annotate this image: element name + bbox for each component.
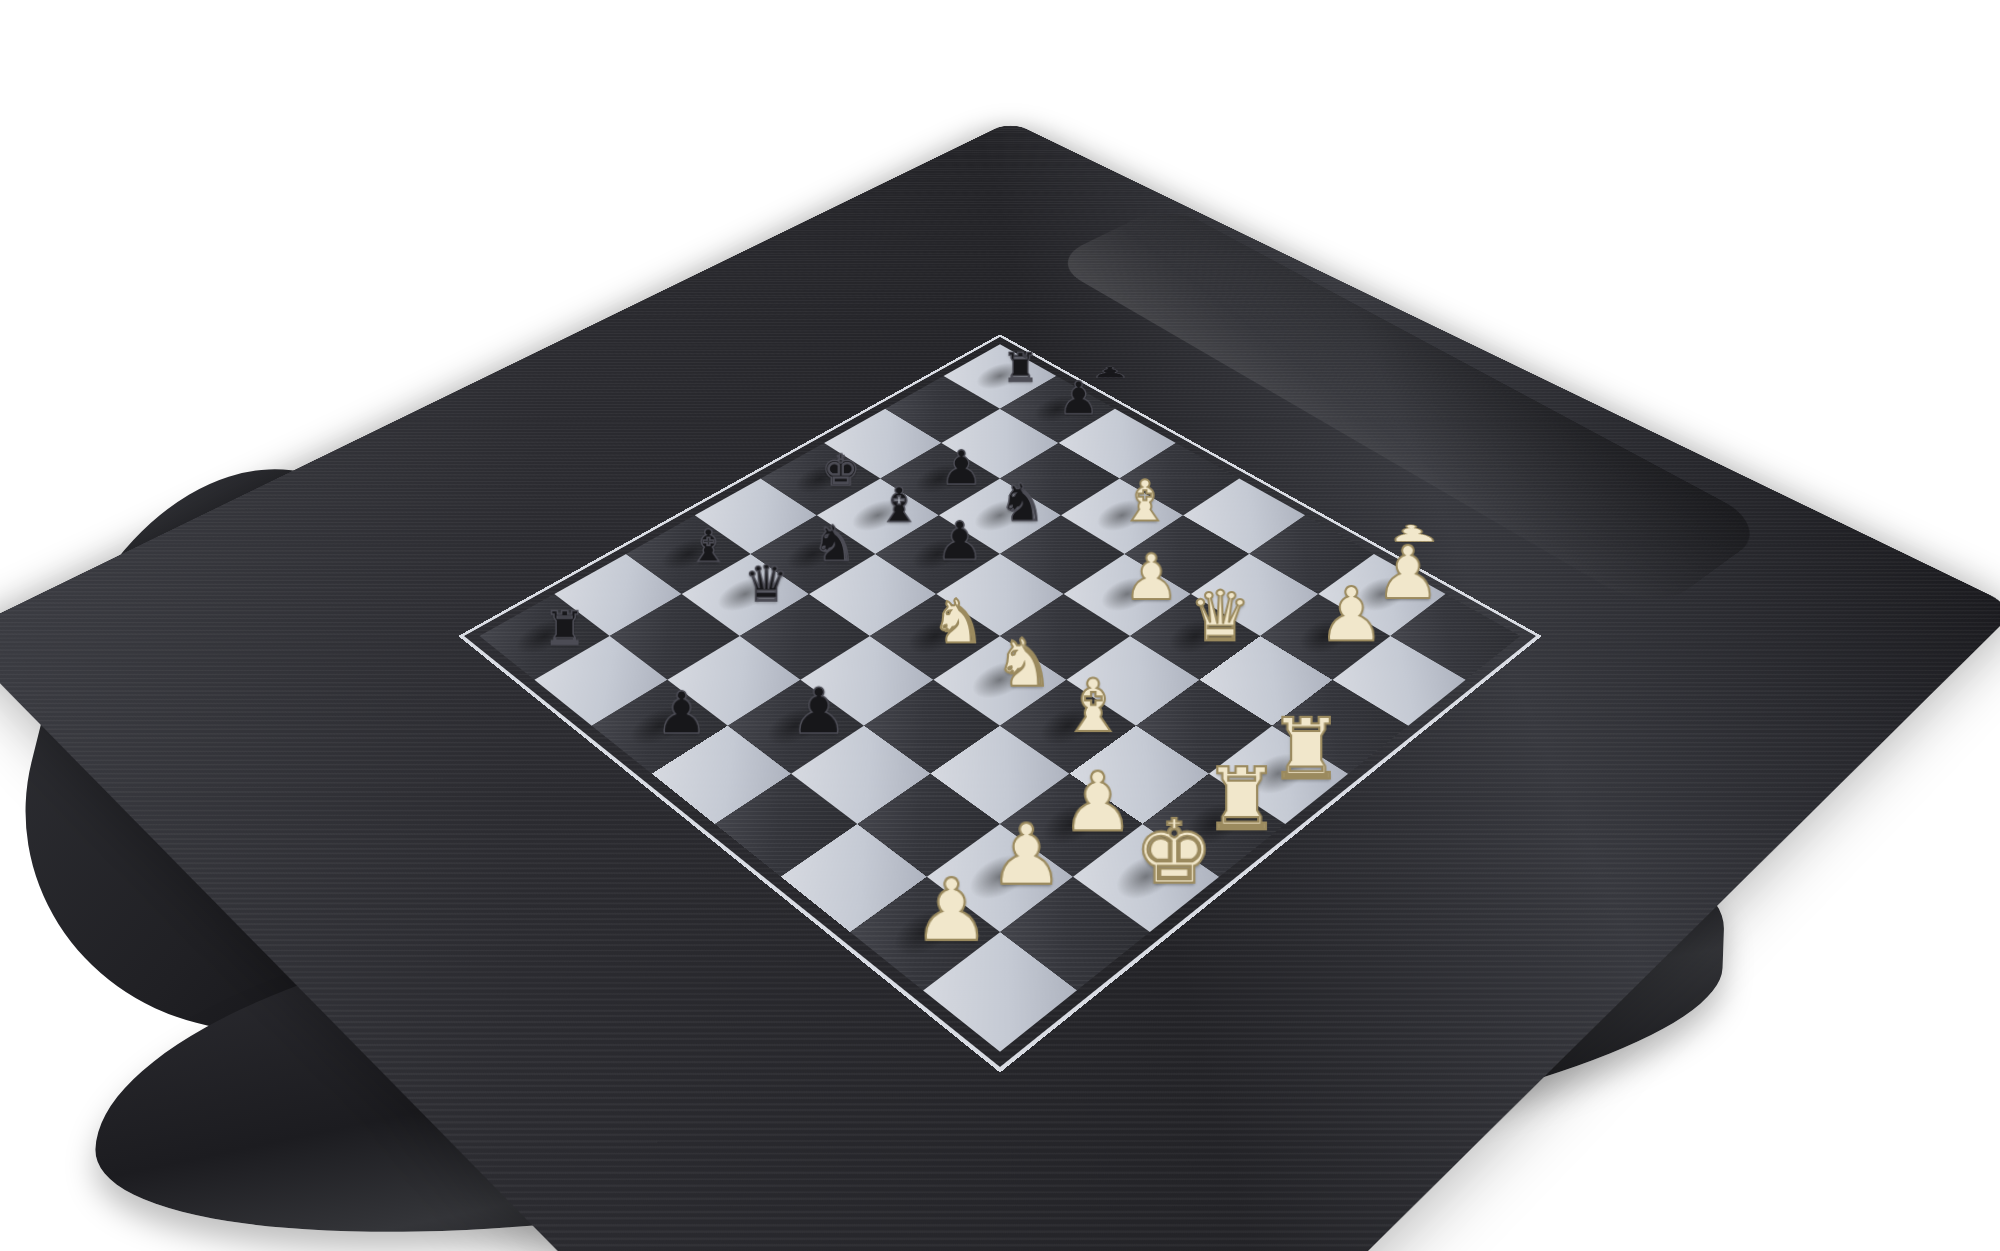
piece-black-pawn[interactable]: ♟ — [791, 679, 848, 742]
piece-black-pawn[interactable]: ♟ — [936, 515, 984, 568]
piece-black-knight[interactable]: ♞ — [999, 477, 1046, 529]
piece-black-bishop[interactable]: ♝ — [878, 480, 921, 528]
piece-white-rook[interactable]: ♜ — [1203, 756, 1280, 842]
scene: ♜♝♚♜♛♞♝♟♟♟♟♞♟♞♝♞♟♝♛♟♟♟♟♟♚♜♜ ♟♟ — [0, 0, 2000, 1251]
piece-black-pawn[interactable]: ♟ — [1058, 375, 1099, 420]
piece-white-king[interactable]: ♚ — [1134, 807, 1213, 895]
piece-black-bishop[interactable]: ♝ — [689, 523, 729, 567]
piece-white-pawn[interactable]: ♟ — [1061, 760, 1134, 842]
piece-white-pawn[interactable]: ♟ — [1318, 576, 1385, 651]
piece-black-pawn[interactable]: ♟ — [656, 684, 708, 742]
piece-white-queen[interactable]: ♛ — [1189, 582, 1251, 652]
piece-white-knight[interactable]: ♞ — [931, 591, 985, 651]
piece-white-bishop[interactable]: ♝ — [1061, 669, 1126, 742]
piece-black-pawn[interactable]: ♟ — [940, 444, 982, 491]
piece-white-knight[interactable]: ♞ — [995, 630, 1054, 696]
piece-black-knight[interactable]: ♞ — [812, 518, 856, 567]
piece-white-pawn[interactable]: ♟ — [1123, 545, 1180, 608]
captured-white-pawn[interactable]: ♟ — [1382, 522, 1443, 545]
piece-white-bishop[interactable]: ♝ — [1120, 472, 1171, 529]
piece-black-queen[interactable]: ♛ — [744, 558, 789, 608]
piece-white-pawn[interactable]: ♟ — [913, 866, 990, 952]
piece-black-rook[interactable]: ♜ — [1002, 347, 1038, 387]
piece-white-pawn[interactable]: ♟ — [989, 812, 1064, 896]
product-photo: ♜♝♚♜♛♞♝♟♟♟♟♞♟♞♝♞♟♝♛♟♟♟♟♟♚♜♜ ♟♟ — [0, 0, 2000, 1251]
board-plane: ♜♝♚♜♛♞♝♟♟♟♟♞♟♞♝♞♟♝♛♟♟♟♟♟♚♜♜ ♟♟ — [307, 266, 1693, 1231]
piece-black-king[interactable]: ♚ — [822, 448, 860, 491]
captured-black-pawn[interactable]: ♟ — [1090, 365, 1131, 380]
piece-black-rook[interactable]: ♜ — [544, 605, 586, 651]
